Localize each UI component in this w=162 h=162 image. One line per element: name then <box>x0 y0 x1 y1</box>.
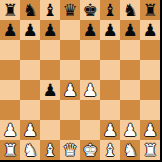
square-e7[interactable]: ♟ <box>80 20 100 40</box>
square-c6[interactable] <box>40 40 60 60</box>
square-b8[interactable]: ♞ <box>20 0 40 20</box>
piece-black-knight[interactable]: ♞ <box>122 0 137 20</box>
square-g4[interactable] <box>120 80 140 100</box>
square-b4[interactable] <box>20 80 40 100</box>
square-e1[interactable]: ♚ <box>80 140 100 160</box>
piece-black-pawn[interactable]: ♟ <box>2 20 17 40</box>
square-g1[interactable]: ♞ <box>120 140 140 160</box>
square-b3[interactable] <box>20 100 40 120</box>
piece-black-pawn[interactable]: ♟ <box>122 20 137 40</box>
square-f5[interactable] <box>100 60 120 80</box>
square-f4[interactable] <box>100 80 120 100</box>
square-d5[interactable] <box>60 60 80 80</box>
piece-black-knight[interactable]: ♞ <box>22 0 37 20</box>
square-c4[interactable]: ♟ <box>40 80 60 100</box>
piece-black-queen[interactable]: ♛ <box>62 0 77 20</box>
square-a4[interactable] <box>0 80 20 100</box>
square-c2[interactable] <box>40 120 60 140</box>
piece-white-knight[interactable]: ♞ <box>22 140 37 160</box>
square-e6[interactable] <box>80 40 100 60</box>
square-g5[interactable] <box>120 60 140 80</box>
square-b6[interactable] <box>20 40 40 60</box>
square-f8[interactable]: ♝ <box>100 0 120 20</box>
piece-black-rook[interactable]: ♜ <box>2 0 17 20</box>
piece-black-pawn[interactable]: ♟ <box>102 20 117 40</box>
square-g8[interactable]: ♞ <box>120 0 140 20</box>
square-h1[interactable]: ♜ <box>140 140 160 160</box>
square-a6[interactable] <box>0 40 20 60</box>
piece-white-pawn[interactable]: ♟ <box>22 120 37 140</box>
square-a7[interactable]: ♟ <box>0 20 20 40</box>
square-d8[interactable]: ♛ <box>60 0 80 20</box>
square-d7[interactable] <box>60 20 80 40</box>
chess-board: ♜♞♝♛♚♝♞♜♟♟♟♟♟♟♟♟♟♟♟♟♟♟♟♜♞♝♛♚♝♞♜ <box>0 0 160 160</box>
square-h8[interactable]: ♜ <box>140 0 160 20</box>
square-d4[interactable]: ♟ <box>60 80 80 100</box>
square-a1[interactable]: ♜ <box>0 140 20 160</box>
square-e8[interactable]: ♚ <box>80 0 100 20</box>
piece-white-queen[interactable]: ♛ <box>62 140 77 160</box>
square-h4[interactable] <box>140 80 160 100</box>
square-h5[interactable] <box>140 60 160 80</box>
square-h2[interactable]: ♟ <box>140 120 160 140</box>
square-c7[interactable]: ♟ <box>40 20 60 40</box>
square-h3[interactable] <box>140 100 160 120</box>
square-c5[interactable] <box>40 60 60 80</box>
piece-white-pawn[interactable]: ♟ <box>142 120 157 140</box>
square-e5[interactable] <box>80 60 100 80</box>
square-c1[interactable]: ♝ <box>40 140 60 160</box>
piece-black-pawn[interactable]: ♟ <box>42 80 57 100</box>
square-b7[interactable]: ♟ <box>20 20 40 40</box>
piece-white-pawn[interactable]: ♟ <box>2 120 17 140</box>
square-f6[interactable] <box>100 40 120 60</box>
square-a3[interactable] <box>0 100 20 120</box>
piece-black-pawn[interactable]: ♟ <box>142 20 157 40</box>
square-f3[interactable] <box>100 100 120 120</box>
square-f7[interactable]: ♟ <box>100 20 120 40</box>
square-d2[interactable] <box>60 120 80 140</box>
square-b2[interactable]: ♟ <box>20 120 40 140</box>
square-b1[interactable]: ♞ <box>20 140 40 160</box>
square-d3[interactable] <box>60 100 80 120</box>
piece-black-bishop[interactable]: ♝ <box>102 0 117 20</box>
piece-white-king[interactable]: ♚ <box>82 140 97 160</box>
piece-white-pawn[interactable]: ♟ <box>62 80 77 100</box>
square-h6[interactable] <box>140 40 160 60</box>
square-h7[interactable]: ♟ <box>140 20 160 40</box>
piece-white-rook[interactable]: ♜ <box>2 140 17 160</box>
piece-white-knight[interactable]: ♞ <box>122 140 137 160</box>
square-e2[interactable] <box>80 120 100 140</box>
square-c8[interactable]: ♝ <box>40 0 60 20</box>
piece-white-pawn[interactable]: ♟ <box>82 80 97 100</box>
chess-board-frame: ♜♞♝♛♚♝♞♜♟♟♟♟♟♟♟♟♟♟♟♟♟♟♟♜♞♝♛♚♝♞♜ <box>0 0 162 162</box>
square-a5[interactable] <box>0 60 20 80</box>
piece-black-king[interactable]: ♚ <box>82 0 97 20</box>
square-a8[interactable]: ♜ <box>0 0 20 20</box>
square-a2[interactable]: ♟ <box>0 120 20 140</box>
piece-white-pawn[interactable]: ♟ <box>102 120 117 140</box>
square-g3[interactable] <box>120 100 140 120</box>
square-e3[interactable] <box>80 100 100 120</box>
square-b5[interactable] <box>20 60 40 80</box>
piece-black-pawn[interactable]: ♟ <box>42 20 57 40</box>
piece-black-pawn[interactable]: ♟ <box>82 20 97 40</box>
square-f2[interactable]: ♟ <box>100 120 120 140</box>
piece-white-rook[interactable]: ♜ <box>142 140 157 160</box>
square-d1[interactable]: ♛ <box>60 140 80 160</box>
piece-black-pawn[interactable]: ♟ <box>22 20 37 40</box>
square-g2[interactable]: ♟ <box>120 120 140 140</box>
square-g7[interactable]: ♟ <box>120 20 140 40</box>
piece-white-pawn[interactable]: ♟ <box>122 120 137 140</box>
piece-black-bishop[interactable]: ♝ <box>42 0 57 20</box>
square-d6[interactable] <box>60 40 80 60</box>
square-f1[interactable]: ♝ <box>100 140 120 160</box>
piece-white-bishop[interactable]: ♝ <box>42 140 57 160</box>
piece-black-rook[interactable]: ♜ <box>142 0 157 20</box>
piece-white-bishop[interactable]: ♝ <box>102 140 117 160</box>
square-e4[interactable]: ♟ <box>80 80 100 100</box>
square-g6[interactable] <box>120 40 140 60</box>
square-c3[interactable] <box>40 100 60 120</box>
